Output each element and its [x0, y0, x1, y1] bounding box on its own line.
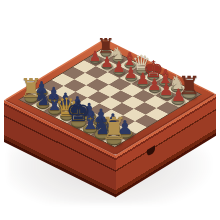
drawer-pull-notch — [147, 145, 155, 157]
chess-set-photo: ♜♞♝♛♚♝♞♜♟♟♟♟♟♟♟♟♟♟♟♟♟♟♟♟♜♞♝♛♚♝♞♜ — [0, 0, 220, 220]
